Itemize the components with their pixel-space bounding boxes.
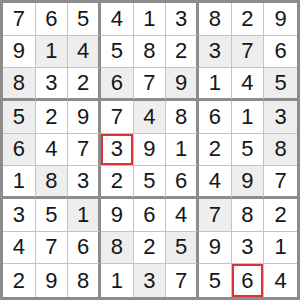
cell-r2c6[interactable]: 2 xyxy=(166,36,199,69)
cell-r6c8[interactable]: 9 xyxy=(232,166,265,199)
cell-r3c8[interactable]: 4 xyxy=(232,68,265,101)
cell-r5c9[interactable]: 8 xyxy=(264,134,297,167)
cell-r1c8[interactable]: 2 xyxy=(232,3,265,36)
cell-r3c4[interactable]: 6 xyxy=(101,68,134,101)
cell-r8c4[interactable]: 8 xyxy=(101,232,134,265)
cell-r7c6[interactable]: 4 xyxy=(166,199,199,232)
cell-r5c3[interactable]: 7 xyxy=(68,134,101,167)
cell-r7c5[interactable]: 6 xyxy=(134,199,167,232)
cell-r8c9[interactable]: 1 xyxy=(264,232,297,265)
cell-r9c2[interactable]: 9 xyxy=(36,264,69,297)
cell-r3c1[interactable]: 8 xyxy=(3,68,36,101)
cell-r3c9[interactable]: 5 xyxy=(264,68,297,101)
cell-r3c2[interactable]: 3 xyxy=(36,68,69,101)
cell-r4c1[interactable]: 5 xyxy=(3,101,36,134)
cell-r2c3[interactable]: 4 xyxy=(68,36,101,69)
cell-r9c1[interactable]: 2 xyxy=(3,264,36,297)
cell-r4c2[interactable]: 2 xyxy=(36,101,69,134)
cell-r8c5[interactable]: 2 xyxy=(134,232,167,265)
cell-r4c7[interactable]: 6 xyxy=(199,101,232,134)
cell-r4c4[interactable]: 7 xyxy=(101,101,134,134)
cell-r6c2[interactable]: 8 xyxy=(36,166,69,199)
cell-r9c6[interactable]: 7 xyxy=(166,264,199,297)
cell-r6c3[interactable]: 3 xyxy=(68,166,101,199)
cell-r1c6[interactable]: 3 xyxy=(166,3,199,36)
cell-r1c3[interactable]: 5 xyxy=(68,3,101,36)
cell-r7c1[interactable]: 3 xyxy=(3,199,36,232)
cell-r8c2[interactable]: 7 xyxy=(36,232,69,265)
cell-r1c1[interactable]: 7 xyxy=(3,3,36,36)
cell-r4c5[interactable]: 4 xyxy=(134,101,167,134)
cell-r3c3[interactable]: 2 xyxy=(68,68,101,101)
cell-r5c5[interactable]: 9 xyxy=(134,134,167,167)
cell-r7c9[interactable]: 2 xyxy=(264,199,297,232)
cell-r5c7[interactable]: 2 xyxy=(199,134,232,167)
cell-r7c8[interactable]: 8 xyxy=(232,199,265,232)
cell-r7c2[interactable]: 5 xyxy=(36,199,69,232)
cell-r9c7[interactable]: 5 xyxy=(199,264,232,297)
cell-r2c2[interactable]: 1 xyxy=(36,36,69,69)
cell-r9c5[interactable]: 3 xyxy=(134,264,167,297)
cell-r2c8[interactable]: 7 xyxy=(232,36,265,69)
cell-r4c6[interactable]: 8 xyxy=(166,101,199,134)
cell-r6c6[interactable]: 6 xyxy=(166,166,199,199)
cell-r1c4[interactable]: 4 xyxy=(101,3,134,36)
sudoku-board: 7654138299145823768326791455297486136473… xyxy=(0,0,300,300)
cell-r4c9[interactable]: 3 xyxy=(264,101,297,134)
cell-r4c8[interactable]: 1 xyxy=(232,101,265,134)
cell-r1c7[interactable]: 8 xyxy=(199,3,232,36)
cell-r2c1[interactable]: 9 xyxy=(3,36,36,69)
cell-r3c5[interactable]: 7 xyxy=(134,68,167,101)
cell-r8c1[interactable]: 4 xyxy=(3,232,36,265)
cell-r9c3[interactable]: 8 xyxy=(68,264,101,297)
cell-r6c1[interactable]: 1 xyxy=(3,166,36,199)
cell-r3c7[interactable]: 1 xyxy=(199,68,232,101)
cell-r6c9[interactable]: 7 xyxy=(264,166,297,199)
cell-r2c9[interactable]: 6 xyxy=(264,36,297,69)
cell-r5c1[interactable]: 6 xyxy=(3,134,36,167)
cell-r2c4[interactable]: 5 xyxy=(101,36,134,69)
cell-r1c2[interactable]: 6 xyxy=(36,3,69,36)
cell-r3c6[interactable]: 9 xyxy=(166,68,199,101)
cell-r7c3[interactable]: 1 xyxy=(68,199,101,232)
cell-r8c3[interactable]: 6 xyxy=(68,232,101,265)
cell-r2c5[interactable]: 8 xyxy=(134,36,167,69)
cell-r6c5[interactable]: 5 xyxy=(134,166,167,199)
cell-r2c7[interactable]: 3 xyxy=(199,36,232,69)
cell-r5c2[interactable]: 4 xyxy=(36,134,69,167)
cell-r5c4[interactable]: 3 xyxy=(101,134,134,167)
cell-r8c6[interactable]: 5 xyxy=(166,232,199,265)
cell-r9c4[interactable]: 1 xyxy=(101,264,134,297)
cell-r5c6[interactable]: 1 xyxy=(166,134,199,167)
cell-r4c3[interactable]: 9 xyxy=(68,101,101,134)
cell-r6c7[interactable]: 4 xyxy=(199,166,232,199)
cell-r7c7[interactable]: 7 xyxy=(199,199,232,232)
cell-r1c5[interactable]: 1 xyxy=(134,3,167,36)
cell-r5c8[interactable]: 5 xyxy=(232,134,265,167)
cell-r1c9[interactable]: 9 xyxy=(264,3,297,36)
cell-r7c4[interactable]: 9 xyxy=(101,199,134,232)
cell-r8c8[interactable]: 3 xyxy=(232,232,265,265)
cell-r9c8[interactable]: 6 xyxy=(232,264,265,297)
cell-r6c4[interactable]: 2 xyxy=(101,166,134,199)
cell-r8c7[interactable]: 9 xyxy=(199,232,232,265)
cell-r9c9[interactable]: 4 xyxy=(264,264,297,297)
